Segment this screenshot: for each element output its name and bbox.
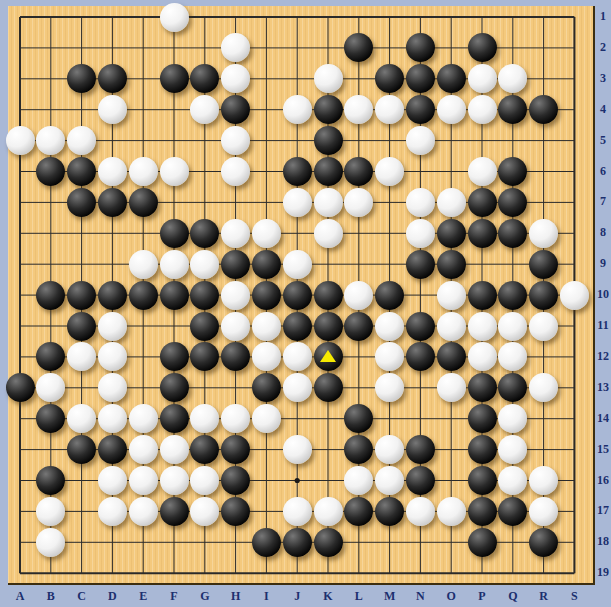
go-stone-white-R17 <box>529 497 558 526</box>
go-stone-black-J18 <box>283 528 312 557</box>
go-stone-black-C10 <box>67 281 96 310</box>
row-label-5: 5 <box>594 133 611 148</box>
go-stone-black-P16 <box>468 466 497 495</box>
go-stone-black-R9 <box>529 250 558 279</box>
go-stone-black-J6 <box>283 157 312 186</box>
row-label-12: 12 <box>594 349 611 364</box>
go-stone-white-D17 <box>98 497 127 526</box>
go-stone-white-A5 <box>6 126 35 155</box>
go-stone-black-P8 <box>468 219 497 248</box>
row-label-8: 8 <box>594 225 611 240</box>
row-label-1: 1 <box>594 9 611 24</box>
go-stone-black-K6 <box>314 157 343 186</box>
go-stone-white-C5 <box>67 126 96 155</box>
go-stone-black-K11 <box>314 312 343 341</box>
go-stone-black-C6 <box>67 157 96 186</box>
last-move-triangle-marker <box>320 350 336 362</box>
go-stone-black-Q17 <box>498 497 527 526</box>
go-stone-black-P10 <box>468 281 497 310</box>
row-label-7: 7 <box>594 194 611 209</box>
go-stone-white-L7 <box>344 188 373 217</box>
column-label-Q: Q <box>503 589 523 604</box>
go-stone-white-I14 <box>252 404 281 433</box>
go-stone-white-G9 <box>190 250 219 279</box>
go-stone-white-E16 <box>129 466 158 495</box>
go-stone-white-P12 <box>468 342 497 371</box>
go-stone-black-N16 <box>406 466 435 495</box>
column-label-L: L <box>349 589 369 604</box>
go-stone-white-P3 <box>468 64 497 93</box>
column-label-D: D <box>102 589 122 604</box>
column-label-B: B <box>41 589 61 604</box>
go-stone-white-J17 <box>283 497 312 526</box>
go-stone-white-N17 <box>406 497 435 526</box>
go-stone-white-L10 <box>344 281 373 310</box>
go-stone-black-H17 <box>221 497 250 526</box>
go-stone-black-H16 <box>221 466 250 495</box>
go-stone-white-H5 <box>221 126 250 155</box>
column-label-F: F <box>164 589 184 604</box>
go-stone-black-I9 <box>252 250 281 279</box>
row-label-11: 11 <box>594 318 611 333</box>
go-stone-white-R11 <box>529 312 558 341</box>
go-stone-black-C7 <box>67 188 96 217</box>
go-stone-white-J4 <box>283 95 312 124</box>
row-label-18: 18 <box>594 534 611 549</box>
go-stone-white-P11 <box>468 312 497 341</box>
column-label-J: J <box>287 589 307 604</box>
go-stone-white-O4 <box>437 95 466 124</box>
go-stone-white-J15 <box>283 435 312 464</box>
go-stone-white-I8 <box>252 219 281 248</box>
go-stone-black-R10 <box>529 281 558 310</box>
go-stone-black-Q7 <box>498 188 527 217</box>
go-stone-black-D10 <box>98 281 127 310</box>
column-label-N: N <box>410 589 430 604</box>
go-stone-white-D13 <box>98 373 127 402</box>
go-stone-white-N8 <box>406 219 435 248</box>
go-stone-black-P14 <box>468 404 497 433</box>
go-stone-white-Q11 <box>498 312 527 341</box>
go-stone-white-H6 <box>221 157 250 186</box>
go-stone-white-N5 <box>406 126 435 155</box>
go-stone-black-P17 <box>468 497 497 526</box>
go-stone-white-D11 <box>98 312 127 341</box>
go-stone-black-C11 <box>67 312 96 341</box>
go-stone-black-F3 <box>160 64 189 93</box>
go-stone-black-G10 <box>190 281 219 310</box>
go-stone-black-F12 <box>160 342 189 371</box>
go-stone-white-N7 <box>406 188 435 217</box>
go-stone-black-A13 <box>6 373 35 402</box>
go-stone-black-D7 <box>98 188 127 217</box>
go-stone-black-Q10 <box>498 281 527 310</box>
go-stone-black-K10 <box>314 281 343 310</box>
go-stone-white-H11 <box>221 312 250 341</box>
go-stone-black-K5 <box>314 126 343 155</box>
go-stone-black-D3 <box>98 64 127 93</box>
column-label-P: P <box>472 589 492 604</box>
row-label-10: 10 <box>594 287 611 302</box>
go-stone-white-H8 <box>221 219 250 248</box>
go-stone-white-K17 <box>314 497 343 526</box>
go-stone-black-P7 <box>468 188 497 217</box>
go-stone-black-F14 <box>160 404 189 433</box>
row-label-19: 19 <box>594 565 611 580</box>
go-stone-black-O12 <box>437 342 466 371</box>
go-stone-white-F15 <box>160 435 189 464</box>
go-stone-black-H15 <box>221 435 250 464</box>
column-label-R: R <box>534 589 554 604</box>
row-label-2: 2 <box>594 40 611 55</box>
go-stone-black-I13 <box>252 373 281 402</box>
row-label-17: 17 <box>594 503 611 518</box>
go-stone-white-S10 <box>560 281 589 310</box>
go-stone-black-I10 <box>252 281 281 310</box>
go-stone-white-R16 <box>529 466 558 495</box>
go-stone-black-N15 <box>406 435 435 464</box>
go-stone-white-D4 <box>98 95 127 124</box>
go-stone-white-O13 <box>437 373 466 402</box>
go-stone-white-D14 <box>98 404 127 433</box>
go-stone-white-B17 <box>36 497 65 526</box>
row-label-13: 13 <box>594 380 611 395</box>
go-stone-white-I11 <box>252 312 281 341</box>
row-label-15: 15 <box>594 442 611 457</box>
go-stone-white-O17 <box>437 497 466 526</box>
go-stone-white-O11 <box>437 312 466 341</box>
go-stone-white-K8 <box>314 219 343 248</box>
go-stone-white-E15 <box>129 435 158 464</box>
column-label-A: A <box>10 589 30 604</box>
go-stone-black-Q8 <box>498 219 527 248</box>
go-stone-black-P15 <box>468 435 497 464</box>
go-stone-white-F1 <box>160 3 189 32</box>
go-stone-black-F10 <box>160 281 189 310</box>
go-stone-white-J13 <box>283 373 312 402</box>
go-board[interactable] <box>8 6 595 585</box>
row-label-6: 6 <box>594 164 611 179</box>
row-label-9: 9 <box>594 256 611 271</box>
column-label-E: E <box>133 589 153 604</box>
go-stone-white-R8 <box>529 219 558 248</box>
go-stone-black-N9 <box>406 250 435 279</box>
go-stone-black-P2 <box>468 33 497 62</box>
go-stone-black-O9 <box>437 250 466 279</box>
row-label-4: 4 <box>594 102 611 117</box>
go-stone-white-J9 <box>283 250 312 279</box>
go-stone-black-R18 <box>529 528 558 557</box>
go-stone-black-J11 <box>283 312 312 341</box>
go-stone-black-P18 <box>468 528 497 557</box>
go-stone-white-K7 <box>314 188 343 217</box>
go-stone-white-O10 <box>437 281 466 310</box>
go-stone-black-J10 <box>283 281 312 310</box>
go-stone-black-B10 <box>36 281 65 310</box>
go-stone-white-B18 <box>36 528 65 557</box>
row-label-3: 3 <box>594 71 611 86</box>
go-stone-black-C15 <box>67 435 96 464</box>
column-label-I: I <box>256 589 276 604</box>
go-stone-white-H10 <box>221 281 250 310</box>
go-stone-white-P6 <box>468 157 497 186</box>
go-stone-black-N11 <box>406 312 435 341</box>
go-stone-white-M11 <box>375 312 404 341</box>
go-stone-white-K3 <box>314 64 343 93</box>
go-stone-black-O3 <box>437 64 466 93</box>
go-stone-black-K13 <box>314 373 343 402</box>
go-stone-white-M16 <box>375 466 404 495</box>
column-label-M: M <box>380 589 400 604</box>
go-stone-black-M17 <box>375 497 404 526</box>
column-label-O: O <box>441 589 461 604</box>
go-stone-white-M6 <box>375 157 404 186</box>
go-stone-black-H9 <box>221 250 250 279</box>
go-stone-white-J12 <box>283 342 312 371</box>
go-stone-white-P4 <box>468 95 497 124</box>
go-stone-white-M15 <box>375 435 404 464</box>
column-label-C: C <box>72 589 92 604</box>
go-stone-white-E9 <box>129 250 158 279</box>
go-stone-black-N3 <box>406 64 435 93</box>
go-stone-white-D6 <box>98 157 127 186</box>
column-label-H: H <box>226 589 246 604</box>
go-stone-black-D15 <box>98 435 127 464</box>
go-stone-black-K4 <box>314 95 343 124</box>
column-label-G: G <box>195 589 215 604</box>
row-label-14: 14 <box>594 411 611 426</box>
go-stone-black-M10 <box>375 281 404 310</box>
go-app-window: ABCDEFGHIJKLMNOPQRS 12345678910111213141… <box>0 0 611 607</box>
go-stone-white-F16 <box>160 466 189 495</box>
go-stone-black-F8 <box>160 219 189 248</box>
go-stone-black-P13 <box>468 373 497 402</box>
go-stone-white-F9 <box>160 250 189 279</box>
go-stone-black-I18 <box>252 528 281 557</box>
row-label-16: 16 <box>594 473 611 488</box>
go-stone-black-F17 <box>160 497 189 526</box>
go-stone-white-F6 <box>160 157 189 186</box>
go-stone-white-E14 <box>129 404 158 433</box>
go-stone-white-E17 <box>129 497 158 526</box>
go-stone-black-E7 <box>129 188 158 217</box>
column-label-K: K <box>318 589 338 604</box>
go-stone-black-K18 <box>314 528 343 557</box>
go-stone-black-F13 <box>160 373 189 402</box>
go-stone-black-E10 <box>129 281 158 310</box>
go-stone-white-G17 <box>190 497 219 526</box>
go-stone-white-E6 <box>129 157 158 186</box>
go-stone-black-O8 <box>437 219 466 248</box>
go-stone-black-G11 <box>190 312 219 341</box>
go-stone-black-N4 <box>406 95 435 124</box>
go-stone-white-O7 <box>437 188 466 217</box>
go-stone-black-L17 <box>344 497 373 526</box>
go-stone-white-D16 <box>98 466 127 495</box>
column-label-S: S <box>564 589 584 604</box>
go-stone-black-G8 <box>190 219 219 248</box>
go-stone-black-L11 <box>344 312 373 341</box>
go-stone-white-J7 <box>283 188 312 217</box>
